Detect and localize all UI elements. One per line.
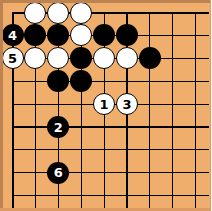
stone-white — [47, 47, 69, 69]
stone-white — [24, 2, 46, 24]
grid-vline — [172, 12, 173, 210]
move-number: 2 — [54, 120, 63, 133]
go-board-diagram: 451326 — [0, 0, 211, 211]
stone-black — [70, 70, 92, 92]
grid-hline — [12, 195, 210, 196]
board-edge-top — [0, 0, 211, 3]
move-3-stone-white: 3 — [116, 93, 138, 115]
grid-hline — [12, 81, 210, 82]
stone-white — [93, 47, 115, 69]
move-number: 5 — [8, 51, 17, 64]
move-2-stone-black: 2 — [47, 116, 69, 138]
stone-white — [47, 2, 69, 24]
move-6-stone-black: 6 — [47, 162, 69, 184]
stone-black — [93, 24, 115, 46]
stone-white — [24, 47, 46, 69]
grid-hline — [12, 172, 210, 173]
move-number: 1 — [100, 97, 109, 110]
grid-vline — [195, 12, 196, 210]
grid-vline — [149, 12, 150, 210]
move-number: 4 — [8, 28, 17, 41]
stone-white — [70, 2, 92, 24]
grid-hline — [12, 149, 210, 150]
board-edge-left — [0, 0, 3, 211]
stone-black — [47, 70, 69, 92]
move-1-stone-white: 1 — [93, 93, 115, 115]
stone-black — [116, 24, 138, 46]
stone-black — [139, 47, 161, 69]
move-4-stone-black: 4 — [2, 24, 24, 46]
move-number: 6 — [54, 166, 63, 179]
stone-white — [70, 24, 92, 46]
grid-hline — [12, 126, 210, 127]
stone-black — [24, 24, 46, 46]
go-board: 451326 — [0, 0, 211, 211]
stone-white — [116, 47, 138, 69]
board-edge-right — [210, 0, 212, 211]
stone-black — [70, 47, 92, 69]
board-edge-bottom — [0, 208, 211, 211]
move-5-stone-white: 5 — [2, 47, 24, 69]
stone-black — [47, 24, 69, 46]
move-number: 3 — [122, 97, 131, 110]
